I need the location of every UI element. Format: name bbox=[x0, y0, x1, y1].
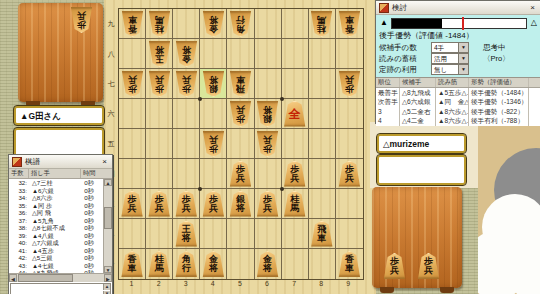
koma-kanji: 兵 bbox=[345, 75, 354, 84]
kifu-row[interactable]: 40:△7六銀成0秒 bbox=[9, 239, 112, 247]
kifu-move: △8六歩 bbox=[29, 194, 81, 202]
kifu-move-number: 36: bbox=[9, 209, 29, 217]
kifu-time: 0秒 bbox=[81, 224, 94, 232]
file-label-9: 9 bbox=[338, 280, 358, 287]
kifu-row[interactable]: 35:▲同 歩0秒 bbox=[9, 202, 112, 210]
rank-label-九: 九 bbox=[104, 19, 118, 29]
candidate-cell: 3 bbox=[376, 107, 400, 116]
board-square-9五[interactable] bbox=[336, 129, 363, 159]
analysis-close-icon[interactable]: × bbox=[528, 3, 537, 12]
koma-kanji: 兵 bbox=[290, 174, 299, 183]
board-square-8八[interactable] bbox=[309, 39, 336, 69]
analysis-window-title: 検討 bbox=[392, 3, 528, 13]
dropdown-value: 活用 bbox=[432, 54, 458, 63]
board-square-4二[interactable] bbox=[200, 219, 227, 249]
koma-kanji: 車 bbox=[317, 234, 326, 243]
koma-sente-玉将[interactable]: 玉将 bbox=[148, 41, 171, 67]
koma-kanji: 兵 bbox=[128, 204, 137, 213]
kifu-window-title: 棋譜 bbox=[25, 157, 100, 167]
col-eval: 形勢（評価値） bbox=[469, 78, 529, 87]
analysis-titlebar[interactable]: 検討 × bbox=[376, 1, 540, 15]
evaluation-summary: 後手優勢（評価値 -1484） bbox=[379, 30, 537, 42]
board-square-4一[interactable]: 金将 bbox=[200, 249, 227, 279]
hoshi-dot bbox=[280, 97, 284, 101]
engine-name: 〈Pro〉 bbox=[483, 54, 510, 64]
candidate-row[interactable]: 4△4二金▲8六歩△…後手有利（-788） bbox=[376, 116, 540, 125]
option-row-candidates: 候補手の数 4手 ▼ 思考中 bbox=[379, 42, 537, 53]
koma-kanji: 兵 bbox=[390, 266, 399, 275]
app-window: 九八七六五四三二一 123456789 香車桂馬金将角行桂馬香車玉将金将歩兵歩兵… bbox=[0, 0, 540, 294]
candidate-cell: △4二金 bbox=[400, 116, 436, 125]
kifu-row[interactable]: 42:△5三銀0秒 bbox=[9, 254, 112, 262]
col-extra bbox=[529, 78, 540, 87]
board-square-9八[interactable] bbox=[336, 39, 363, 69]
kifu-row[interactable]: 33:▲6六銀0秒 bbox=[9, 187, 112, 195]
board-square-7九[interactable] bbox=[282, 9, 309, 39]
candidate-cell: 次善手 bbox=[376, 97, 400, 106]
board-square-9二[interactable] bbox=[336, 219, 363, 249]
evaluation-bar bbox=[391, 18, 527, 29]
board-square-8五[interactable] bbox=[309, 129, 336, 159]
board-square-6二[interactable] bbox=[255, 219, 282, 249]
file-label-7: 7 bbox=[284, 280, 304, 287]
board-square-8七[interactable] bbox=[309, 69, 336, 99]
kifu-move: ▲4八銀 bbox=[29, 232, 81, 240]
gote-mark: △ bbox=[531, 18, 537, 27]
board-square-5九[interactable]: 角行 bbox=[227, 9, 254, 39]
board-square-5三[interactable]: 銀将 bbox=[227, 189, 254, 219]
koma-kanji: 車 bbox=[345, 15, 354, 24]
kifu-row[interactable]: 39:▲4八銀0秒 bbox=[9, 232, 112, 240]
kifu-move: △8七銀不成 bbox=[29, 224, 81, 232]
koma-sente-歩兵[interactable]: 歩兵 bbox=[175, 71, 198, 97]
file-label-5: 5 bbox=[230, 280, 250, 287]
file-labels: 123456789 bbox=[118, 280, 362, 292]
kifu-move-number: 38: bbox=[9, 224, 29, 232]
koma-gote-香車[interactable]: 香車 bbox=[121, 251, 144, 277]
kifu-move-number: 33: bbox=[9, 187, 29, 195]
koma-sente-歩兵[interactable]: 歩兵 bbox=[121, 71, 144, 97]
file-label-3: 3 bbox=[176, 280, 196, 287]
kifu-row[interactable]: 36:△同 飛0秒 bbox=[9, 209, 112, 217]
file-label-6: 6 bbox=[257, 280, 277, 287]
kifu-time: 0秒 bbox=[81, 254, 94, 262]
koma-gote-歩兵[interactable]: 歩兵 bbox=[148, 191, 171, 217]
board-square-7一[interactable] bbox=[282, 249, 309, 279]
kifu-move: ▲4七銀 bbox=[29, 262, 81, 270]
candidate-cell: 後手優勢（-822） bbox=[469, 107, 529, 116]
chevron-down-icon[interactable]: ▼ bbox=[458, 43, 468, 52]
board-square-3九[interactable] bbox=[173, 9, 200, 39]
koma-kanji: 車 bbox=[236, 75, 245, 84]
candidate-cell bbox=[529, 88, 540, 97]
board-square-8三[interactable] bbox=[309, 189, 336, 219]
col-rank: 順位 bbox=[376, 78, 400, 87]
candidate-table-header: 順位 候補手 読み筋 形勢（評価値） bbox=[376, 78, 540, 88]
board-square-6四[interactable] bbox=[255, 159, 282, 189]
kifu-list-header: 手数 指し手 時間 bbox=[9, 169, 112, 179]
board-square-1二[interactable] bbox=[119, 219, 146, 249]
scrollbar-thumb[interactable] bbox=[18, 274, 73, 282]
board-square-4七[interactable]: 銀将 bbox=[200, 69, 227, 99]
koma-kanji: 兵 bbox=[345, 174, 354, 183]
kifu-move: ▲4五歩 bbox=[29, 247, 81, 255]
board-square-8六[interactable] bbox=[309, 99, 336, 129]
candidate-cell: △5二金右 bbox=[400, 107, 436, 116]
shogi-board: 九八七六五四三二一 123456789 香車桂馬金将角行桂馬香車玉将金将歩兵歩兵… bbox=[104, 0, 376, 294]
analysis-panel: ▲ △ 後手優勢（評価値 -1484） 候補手の数 4手 ▼ 思考中 読みの蓄積 bbox=[376, 15, 540, 77]
kifu-col-time: 時間 bbox=[81, 169, 102, 178]
koma-kanji: 兵 bbox=[209, 135, 218, 144]
koma-gote-歩兵[interactable]: 歩兵 bbox=[121, 191, 144, 217]
board-square-5二[interactable] bbox=[227, 219, 254, 249]
kifu-move-number: 43: bbox=[9, 262, 29, 270]
kifu-close-icon[interactable]: × bbox=[100, 157, 109, 166]
scroll-down-icon[interactable]: ▼ bbox=[104, 266, 112, 273]
chevron-down-icon[interactable]: ▼ bbox=[458, 54, 468, 63]
board-square-8一[interactable] bbox=[309, 249, 336, 279]
kifu-col-move: 指し手 bbox=[29, 169, 81, 178]
kifu-time: 0秒 bbox=[81, 239, 94, 247]
col-pv: 読み筋 bbox=[436, 78, 469, 87]
kifu-move-number: 32: bbox=[9, 179, 29, 187]
board-square-6八[interactable] bbox=[255, 39, 282, 69]
candidates-dropdown[interactable]: 4手 ▼ bbox=[431, 42, 469, 53]
candidate-cell: 後手優勢（-1346） bbox=[469, 97, 529, 106]
kifu-row[interactable]: 41:▲4五歩0秒 bbox=[9, 247, 112, 255]
gote-komadai: 歩兵歩兵 bbox=[372, 187, 462, 288]
board-square-9七[interactable]: 歩兵 bbox=[336, 69, 363, 99]
board-square-9一[interactable]: 香車 bbox=[336, 249, 363, 279]
scroll-right-icon[interactable]: ▶ bbox=[104, 274, 112, 282]
board-square-1四[interactable] bbox=[119, 159, 146, 189]
candidate-cell: ▲5五歩△… bbox=[436, 88, 469, 97]
board-square-2九[interactable]: 桂馬 bbox=[146, 9, 173, 39]
koma-gote-桂馬[interactable]: 桂馬 bbox=[148, 251, 171, 277]
kifu-move: △7三桂 bbox=[29, 179, 81, 187]
board-square-7三[interactable]: 桂馬 bbox=[282, 189, 309, 219]
koma-kanji: 馬 bbox=[155, 264, 164, 273]
kifu-move: △7六銀成 bbox=[29, 239, 81, 247]
board-square-4五[interactable]: 歩兵 bbox=[200, 129, 227, 159]
koma-sente-銀将[interactable]: 銀将 bbox=[256, 101, 279, 127]
koma-kanji: 兵 bbox=[263, 204, 272, 213]
koma-gote-金将[interactable]: 金将 bbox=[202, 251, 225, 277]
board-square-2三[interactable]: 歩兵 bbox=[146, 189, 173, 219]
koma-sente-銀将[interactable]: 銀将 bbox=[202, 71, 225, 97]
candidate-row[interactable]: 最善手△8九飛成▲5五歩△…後手優勢（-1484） bbox=[376, 88, 540, 97]
kifu-col-moveno: 手数 bbox=[9, 169, 29, 178]
dropdown-value: 4手 bbox=[432, 43, 458, 52]
koma-gote-歩兵[interactable]: 歩兵 bbox=[283, 161, 306, 187]
candidate-cell: △8九飛成 bbox=[400, 88, 436, 97]
evaluation-bar-row: ▲ △ bbox=[379, 17, 537, 30]
board-square-4三[interactable]: 歩兵 bbox=[200, 189, 227, 219]
analysis-window: 検討 × ▲ △ 後手優勢（評価値 -1484） 候補手の数 4手 ▼ 思考中 bbox=[375, 0, 540, 124]
gote-message-box[interactable] bbox=[377, 155, 466, 185]
koma-kanji: 兵 bbox=[155, 204, 164, 213]
board-square-3二[interactable]: 王将 bbox=[173, 219, 200, 249]
board-square-1九[interactable]: 香車 bbox=[119, 9, 146, 39]
option-label: 定跡の利用 bbox=[379, 65, 431, 75]
candidate-cell: 後手優勢（-1484） bbox=[469, 88, 529, 97]
kifu-horizontal-scrollbar[interactable]: ◀ ▶ bbox=[9, 273, 112, 282]
mascot-art bbox=[478, 122, 540, 294]
koma-gote-銀将[interactable]: 銀将 bbox=[229, 191, 252, 217]
koma-sente-歩兵[interactable]: 歩兵 bbox=[229, 101, 252, 127]
board-square-4八[interactable] bbox=[200, 39, 227, 69]
kifu-move-number: 39: bbox=[9, 232, 29, 240]
candidate-cell bbox=[529, 116, 540, 125]
candidate-table: 順位 候補手 読み筋 形勢（評価値） 最善手△8九飛成▲5五歩△…後手優勢（-1… bbox=[376, 77, 540, 126]
board-square-7八[interactable] bbox=[282, 39, 309, 69]
koma-kanji: 行 bbox=[182, 264, 191, 273]
sente-name-plate: ▲G田さん bbox=[14, 106, 104, 125]
board-square-4九[interactable]: 金将 bbox=[200, 9, 227, 39]
koma-gote-香車[interactable]: 香車 bbox=[338, 251, 361, 277]
board-square-3四[interactable] bbox=[173, 159, 200, 189]
koma-gote-金将[interactable]: 金将 bbox=[256, 251, 279, 277]
board-square-2八[interactable]: 玉将 bbox=[146, 39, 173, 69]
board-square-6九[interactable] bbox=[255, 9, 282, 39]
koma-sente-歩兵[interactable]: 歩兵 bbox=[338, 71, 361, 97]
koma-sente-香車[interactable]: 香車 bbox=[121, 11, 144, 37]
board-square-9三[interactable] bbox=[336, 189, 363, 219]
kifu-time: 0秒 bbox=[81, 202, 94, 210]
board-square-5一[interactable] bbox=[227, 249, 254, 279]
koma-sente-歩兵[interactable]: 歩兵 bbox=[202, 131, 225, 157]
koma-gote-歩兵[interactable]: 歩兵 bbox=[256, 191, 279, 217]
kifu-vertical-scrollbar[interactable]: ▲ ▼ bbox=[103, 179, 112, 273]
sente-mark: ▲ bbox=[380, 18, 388, 27]
board-square-1六[interactable] bbox=[119, 99, 146, 129]
kifu-move: ▲5九角 bbox=[29, 217, 81, 225]
koma-sente-桂馬[interactable]: 桂馬 bbox=[148, 11, 171, 37]
kifu-time: 0秒 bbox=[81, 232, 94, 240]
koma-sente-歩兵[interactable]: 歩兵 bbox=[148, 71, 171, 97]
kifu-row[interactable]: 38:△8七銀不成0秒 bbox=[9, 224, 112, 232]
board-square-7六[interactable]: 全 bbox=[282, 99, 309, 129]
koma-kanji: 将 bbox=[209, 15, 218, 24]
candidate-cell: ▲同 金△… bbox=[436, 97, 469, 106]
candidate-row[interactable]: 3△5二金右▲8六歩△…後手優勢（-822） bbox=[376, 107, 540, 116]
koma-gote-歩兵[interactable]: 歩兵 bbox=[338, 161, 361, 187]
board-square-1三[interactable]: 歩兵 bbox=[119, 189, 146, 219]
koma-kanji: 行 bbox=[236, 15, 245, 24]
koma-sente-香車[interactable]: 香車 bbox=[338, 11, 361, 37]
board-square-3一[interactable]: 角行 bbox=[173, 249, 200, 279]
kifu-move-number: 37: bbox=[9, 217, 29, 225]
kifu-titlebar[interactable]: 棋譜 × bbox=[9, 155, 112, 169]
board-square-2二[interactable] bbox=[146, 219, 173, 249]
sente-message-box[interactable] bbox=[14, 128, 104, 157]
board-square-1八[interactable] bbox=[119, 39, 146, 69]
board-square-4六[interactable] bbox=[200, 99, 227, 129]
board-square-8四[interactable] bbox=[309, 159, 336, 189]
board-square-3六[interactable] bbox=[173, 99, 200, 129]
scrollbar-thumb[interactable] bbox=[104, 207, 112, 229]
kifu-row[interactable]: 34:△8六歩0秒 bbox=[9, 194, 112, 202]
kifu-row[interactable]: 37:▲5九角0秒 bbox=[9, 217, 112, 225]
board-square-8二[interactable]: 飛車 bbox=[309, 219, 336, 249]
koma-gote-角行[interactable]: 角行 bbox=[175, 251, 198, 277]
board-square-9六[interactable] bbox=[336, 99, 363, 129]
candidate-cell bbox=[529, 97, 540, 106]
koma-gote-歩兵[interactable]: 歩兵 bbox=[383, 253, 406, 279]
candidate-cell: 最善手 bbox=[376, 88, 400, 97]
kifu-move: ▲同 歩 bbox=[29, 202, 81, 210]
board-square-6五[interactable]: 歩兵 bbox=[255, 129, 282, 159]
candidate-row[interactable]: 次善手△6六成銀▲同 金△…後手優勢（-1346） bbox=[376, 97, 540, 106]
file-label-4: 4 bbox=[203, 280, 223, 287]
file-label-8: 8 bbox=[311, 280, 331, 287]
koma-kanji: 兵 bbox=[236, 174, 245, 183]
option-label: 候補手の数 bbox=[379, 43, 431, 53]
rank-label-七: 七 bbox=[104, 79, 118, 89]
board-square-7二[interactable] bbox=[282, 219, 309, 249]
koma-gote-歩兵[interactable]: 歩兵 bbox=[202, 191, 225, 217]
koma-gote-飛車[interactable]: 飛車 bbox=[310, 221, 333, 247]
kifu-move: △5三銀 bbox=[29, 254, 81, 262]
kifu-move: ▲6六銀 bbox=[29, 187, 81, 195]
board-square-2五[interactable] bbox=[146, 129, 173, 159]
koma-kanji: 将 bbox=[155, 45, 164, 54]
koma-gote-桂馬[interactable]: 桂馬 bbox=[283, 191, 306, 217]
candidate-cell: △6六成銀 bbox=[400, 97, 436, 106]
board-square-7七[interactable] bbox=[282, 69, 309, 99]
kifu-window: 棋譜 × 手数 指し手 時間 32:△7三桂0秒33:▲6六銀0秒34:△8六歩… bbox=[8, 154, 113, 294]
cache-dropdown[interactable]: 活用 ▼ bbox=[431, 53, 469, 64]
board-square-6三[interactable]: 歩兵 bbox=[255, 189, 282, 219]
board-square-2一[interactable]: 桂馬 bbox=[146, 249, 173, 279]
hoshi-dot bbox=[198, 187, 202, 191]
kifu-comment-box[interactable]: ▲ ▼ bbox=[10, 283, 111, 294]
koma-kanji: 兵 bbox=[209, 204, 218, 213]
candidate-cell bbox=[529, 107, 540, 116]
board-square-1一[interactable]: 香車 bbox=[119, 249, 146, 279]
koma-kanji: 車 bbox=[128, 15, 137, 24]
board-grid[interactable]: 香車桂馬金将角行桂馬香車玉将金将歩兵歩兵歩兵銀将飛車歩兵歩兵銀将全歩兵歩兵歩兵歩… bbox=[118, 8, 364, 280]
board-square-9九[interactable]: 香車 bbox=[336, 9, 363, 39]
hoshi-dot bbox=[198, 97, 202, 101]
koma-gote-全[interactable]: 全 bbox=[283, 101, 306, 127]
scroll-up-icon[interactable]: ▲ bbox=[104, 179, 112, 186]
koma-gote-歩兵[interactable]: 歩兵 bbox=[229, 161, 252, 187]
koma-kanji: 馬 bbox=[290, 204, 299, 213]
koma-kanji: 兵 bbox=[424, 266, 433, 275]
koma-kanji: 将 bbox=[182, 45, 191, 54]
board-square-5六[interactable]: 歩兵 bbox=[227, 99, 254, 129]
scroll-up-icon[interactable]: ▲ bbox=[103, 284, 110, 290]
board-square-2四[interactable] bbox=[146, 159, 173, 189]
board-square-7四[interactable]: 歩兵 bbox=[282, 159, 309, 189]
board-square-5七[interactable]: 飛車 bbox=[227, 69, 254, 99]
board-square-3三[interactable]: 歩兵 bbox=[173, 189, 200, 219]
komadai-foot bbox=[380, 287, 394, 293]
board-square-6一[interactable]: 金将 bbox=[255, 249, 282, 279]
koma-kanji: 馬 bbox=[317, 15, 326, 24]
kifu-move-number: 41: bbox=[9, 247, 29, 255]
kifu-window-icon bbox=[12, 157, 22, 167]
koma-sente-桂馬[interactable]: 桂馬 bbox=[310, 11, 333, 37]
sente-komadai: 歩兵 bbox=[18, 3, 103, 102]
option-row-cache: 読みの蓄積 活用 ▼ 〈Pro〉 bbox=[379, 53, 537, 64]
komadai-foot bbox=[440, 287, 454, 293]
board-square-5五[interactable] bbox=[227, 129, 254, 159]
candidate-cell: ▲8六歩△… bbox=[436, 116, 469, 125]
book-dropdown[interactable]: 無し ▼ bbox=[431, 64, 469, 75]
board-square-3五[interactable] bbox=[173, 129, 200, 159]
evaluation-marker bbox=[462, 17, 464, 30]
kifu-time: 0秒 bbox=[81, 187, 94, 195]
koma-kanji: 兵 bbox=[236, 105, 245, 114]
board-square-2七[interactable]: 歩兵 bbox=[146, 69, 173, 99]
board-square-1五[interactable] bbox=[119, 129, 146, 159]
koma-kanji: 兵 bbox=[155, 75, 164, 84]
koma-sente-飛車[interactable]: 飛車 bbox=[229, 71, 252, 97]
gote-name: △murizeme bbox=[383, 139, 429, 149]
candidate-cell: ▲8六歩△… bbox=[436, 107, 469, 116]
koma-sente-金将[interactable]: 金将 bbox=[202, 11, 225, 37]
board-square-4四[interactable] bbox=[200, 159, 227, 189]
gote-name-plate: △murizeme bbox=[377, 134, 466, 153]
board-square-3七[interactable]: 歩兵 bbox=[173, 69, 200, 99]
board-square-3八[interactable]: 金将 bbox=[173, 39, 200, 69]
kifu-time: 0秒 bbox=[81, 262, 94, 270]
board-square-8九[interactable]: 桂馬 bbox=[309, 9, 336, 39]
koma-sente-金将[interactable]: 金将 bbox=[175, 41, 198, 67]
kifu-row[interactable]: 32:△7三桂0秒 bbox=[9, 179, 112, 187]
dropdown-value: 無し bbox=[432, 65, 458, 74]
koma-kanji: 全 bbox=[289, 108, 301, 120]
koma-gote-歩兵[interactable]: 歩兵 bbox=[175, 191, 198, 217]
koma-kanji: 将 bbox=[182, 234, 191, 243]
file-label-1: 1 bbox=[122, 280, 142, 287]
kifu-time: 0秒 bbox=[81, 209, 94, 217]
board-square-6七[interactable] bbox=[255, 69, 282, 99]
kifu-move-list[interactable]: 32:△7三桂0秒33:▲6六銀0秒34:△8六歩0秒35:▲同 歩0秒36:△… bbox=[9, 179, 112, 273]
rank-label-六: 六 bbox=[104, 109, 118, 119]
koma-kanji: 兵 bbox=[182, 75, 191, 84]
koma-sente-歩兵[interactable]: 歩兵 bbox=[256, 131, 279, 157]
engine-status: 思考中 bbox=[483, 43, 506, 53]
board-square-2六[interactable] bbox=[146, 99, 173, 129]
board-square-5四[interactable]: 歩兵 bbox=[227, 159, 254, 189]
koma-sente-角行[interactable]: 角行 bbox=[229, 11, 252, 37]
board-square-9四[interactable]: 歩兵 bbox=[336, 159, 363, 189]
rank-label-五: 五 bbox=[104, 139, 118, 149]
board-square-6六[interactable]: 銀将 bbox=[255, 99, 282, 129]
board-square-7五[interactable] bbox=[282, 129, 309, 159]
board-square-5八[interactable] bbox=[227, 39, 254, 69]
kifu-time: 0秒 bbox=[81, 194, 94, 202]
koma-kanji: 馬 bbox=[155, 15, 164, 24]
file-label-2: 2 bbox=[149, 280, 169, 287]
board-square-1七[interactable]: 歩兵 bbox=[119, 69, 146, 99]
col-candidate: 候補手 bbox=[400, 78, 436, 87]
scroll-left-icon[interactable]: ◀ bbox=[9, 274, 17, 282]
koma-kanji: 兵 bbox=[263, 135, 272, 144]
kifu-row[interactable]: 43:▲4七銀0秒 bbox=[9, 262, 112, 270]
koma-sente-歩兵[interactable]: 歩兵 bbox=[70, 7, 93, 33]
koma-kanji: 歩 bbox=[77, 20, 86, 29]
kifu-move-number: 40: bbox=[9, 239, 29, 247]
chevron-down-icon[interactable]: ▼ bbox=[458, 65, 468, 74]
koma-gote-歩兵[interactable]: 歩兵 bbox=[417, 253, 440, 279]
koma-gote-王将[interactable]: 王将 bbox=[175, 221, 198, 247]
candidate-cell: 後手有利（-788） bbox=[469, 116, 529, 125]
evaluation-bar-fill bbox=[392, 19, 442, 28]
